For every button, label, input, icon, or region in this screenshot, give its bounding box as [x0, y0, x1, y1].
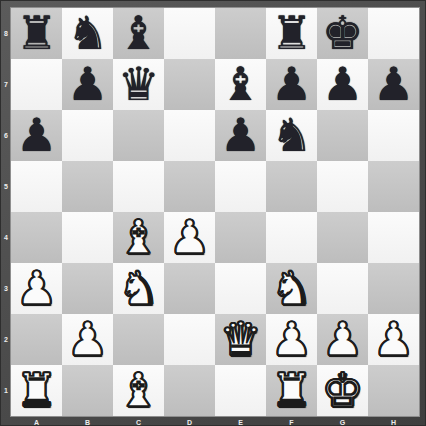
square-c2[interactable]: [113, 314, 164, 365]
square-c4[interactable]: ♝: [113, 212, 164, 263]
square-b4[interactable]: [62, 212, 113, 263]
square-e4[interactable]: [215, 212, 266, 263]
piece-black-pawn: ♟: [373, 61, 414, 107]
square-b2[interactable]: ♟: [62, 314, 113, 365]
square-a1[interactable]: ♜: [11, 365, 62, 416]
piece-black-rook: ♜: [16, 10, 57, 56]
piece-white-rook: ♜: [16, 367, 57, 413]
square-e2[interactable]: ♛: [215, 314, 266, 365]
file-label-c: C: [113, 417, 164, 426]
square-b5[interactable]: [62, 161, 113, 212]
square-d1[interactable]: [164, 365, 215, 416]
piece-white-pawn: ♟: [373, 316, 414, 362]
square-h7[interactable]: ♟: [368, 59, 419, 110]
piece-black-king: ♚: [322, 10, 363, 56]
piece-black-knight: ♞: [271, 112, 312, 158]
piece-black-queen: ♛: [118, 61, 159, 107]
square-g8[interactable]: ♚: [317, 8, 368, 59]
file-label-b: B: [62, 417, 113, 426]
square-h4[interactable]: [368, 212, 419, 263]
square-h1[interactable]: [368, 365, 419, 416]
square-e1[interactable]: [215, 365, 266, 416]
piece-black-pawn: ♟: [16, 112, 57, 158]
square-c3[interactable]: ♞: [113, 263, 164, 314]
square-b3[interactable]: [62, 263, 113, 314]
rank-label-7: 7: [1, 59, 11, 110]
square-c8[interactable]: ♝: [113, 8, 164, 59]
file-label-g: G: [317, 417, 368, 426]
file-label-d: D: [164, 417, 215, 426]
rank-labels: 87654321: [1, 8, 11, 416]
piece-white-knight: ♞: [271, 265, 312, 311]
rank-label-4: 4: [1, 212, 11, 263]
square-b1[interactable]: [62, 365, 113, 416]
square-a6[interactable]: ♟: [11, 110, 62, 161]
square-f4[interactable]: [266, 212, 317, 263]
rank-label-8: 8: [1, 8, 11, 59]
file-labels: ABCDEFGH: [11, 417, 419, 426]
square-e3[interactable]: [215, 263, 266, 314]
piece-black-knight: ♞: [67, 10, 108, 56]
piece-white-pawn: ♟: [67, 316, 108, 362]
square-g7[interactable]: ♟: [317, 59, 368, 110]
square-c5[interactable]: [113, 161, 164, 212]
piece-black-bishop: ♝: [118, 10, 159, 56]
square-e7[interactable]: ♝: [215, 59, 266, 110]
square-b8[interactable]: ♞: [62, 8, 113, 59]
file-label-a: A: [11, 417, 62, 426]
square-a2[interactable]: [11, 314, 62, 365]
square-c1[interactable]: ♝: [113, 365, 164, 416]
square-b7[interactable]: ♟: [62, 59, 113, 110]
file-label-h: H: [368, 417, 419, 426]
square-f3[interactable]: ♞: [266, 263, 317, 314]
square-c7[interactable]: ♛: [113, 59, 164, 110]
square-h2[interactable]: ♟: [368, 314, 419, 365]
square-g1[interactable]: ♚: [317, 365, 368, 416]
piece-black-bishop: ♝: [220, 61, 261, 107]
piece-white-bishop: ♝: [118, 367, 159, 413]
square-a5[interactable]: [11, 161, 62, 212]
piece-black-pawn: ♟: [271, 61, 312, 107]
square-d2[interactable]: [164, 314, 215, 365]
square-d3[interactable]: [164, 263, 215, 314]
rank-label-1: 1: [1, 365, 11, 416]
square-f5[interactable]: [266, 161, 317, 212]
square-g5[interactable]: [317, 161, 368, 212]
chess-board: ♜♞♝♜♚♟♛♝♟♟♟♟♟♞♝♟♟♞♞♟♛♟♟♟♜♝♜♚: [11, 8, 419, 416]
square-g6[interactable]: [317, 110, 368, 161]
square-d5[interactable]: [164, 161, 215, 212]
square-d6[interactable]: [164, 110, 215, 161]
square-h3[interactable]: [368, 263, 419, 314]
file-label-f: F: [266, 417, 317, 426]
piece-black-rook: ♜: [271, 10, 312, 56]
square-h5[interactable]: [368, 161, 419, 212]
square-a7[interactable]: [11, 59, 62, 110]
piece-black-pawn: ♟: [220, 112, 261, 158]
square-e6[interactable]: ♟: [215, 110, 266, 161]
square-b6[interactable]: [62, 110, 113, 161]
piece-white-queen: ♛: [220, 316, 261, 362]
piece-white-pawn: ♟: [16, 265, 57, 311]
square-a8[interactable]: ♜: [11, 8, 62, 59]
square-f7[interactable]: ♟: [266, 59, 317, 110]
square-f1[interactable]: ♜: [266, 365, 317, 416]
rank-label-2: 2: [1, 314, 11, 365]
square-g3[interactable]: [317, 263, 368, 314]
square-g2[interactable]: ♟: [317, 314, 368, 365]
square-d7[interactable]: [164, 59, 215, 110]
square-c6[interactable]: [113, 110, 164, 161]
rank-label-6: 6: [1, 110, 11, 161]
square-f8[interactable]: ♜: [266, 8, 317, 59]
piece-black-pawn: ♟: [67, 61, 108, 107]
piece-white-rook: ♜: [271, 367, 312, 413]
square-e8[interactable]: [215, 8, 266, 59]
square-d4[interactable]: ♟: [164, 212, 215, 263]
square-g4[interactable]: [317, 212, 368, 263]
square-f6[interactable]: ♞: [266, 110, 317, 161]
square-h6[interactable]: [368, 110, 419, 161]
piece-white-knight: ♞: [118, 265, 159, 311]
piece-white-king: ♚: [322, 367, 363, 413]
piece-white-bishop: ♝: [118, 214, 159, 260]
piece-white-pawn: ♟: [169, 214, 210, 260]
chess-app-window: 87654321 ♜♞♝♜♚♟♛♝♟♟♟♟♟♞♝♟♟♞♞♟♛♟♟♟♜♝♜♚ AB…: [0, 0, 426, 426]
square-a3[interactable]: ♟: [11, 263, 62, 314]
square-a4[interactable]: [11, 212, 62, 263]
piece-white-pawn: ♟: [271, 316, 312, 362]
file-label-e: E: [215, 417, 266, 426]
square-d8[interactable]: [164, 8, 215, 59]
piece-white-pawn: ♟: [322, 316, 363, 362]
piece-black-pawn: ♟: [322, 61, 363, 107]
rank-label-3: 3: [1, 263, 11, 314]
rank-label-5: 5: [1, 161, 11, 212]
square-h8[interactable]: [368, 8, 419, 59]
square-e5[interactable]: [215, 161, 266, 212]
square-f2[interactable]: ♟: [266, 314, 317, 365]
